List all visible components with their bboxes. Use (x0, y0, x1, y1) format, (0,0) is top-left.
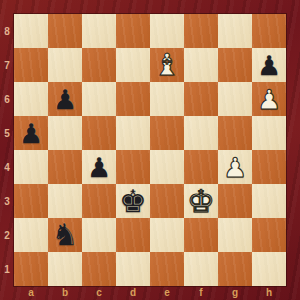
square-e8[interactable] (150, 14, 184, 48)
square-e3[interactable] (150, 184, 184, 218)
square-h1[interactable] (252, 252, 286, 286)
square-b2[interactable]: ♞ (48, 218, 82, 252)
square-c1[interactable] (82, 252, 116, 286)
square-d5[interactable] (116, 116, 150, 150)
square-h8[interactable] (252, 14, 286, 48)
square-c8[interactable] (82, 14, 116, 48)
rank-label-7: 7 (0, 48, 14, 82)
rank-label-6: 6 (0, 82, 14, 116)
square-b4[interactable] (48, 150, 82, 184)
square-e4[interactable] (150, 150, 184, 184)
file-label-e: e (150, 286, 184, 300)
chess-board: ♝♟♟♟♟♟♟♚♚♞ (14, 14, 286, 286)
square-a1[interactable] (14, 252, 48, 286)
square-g2[interactable] (218, 218, 252, 252)
square-c7[interactable] (82, 48, 116, 82)
square-f2[interactable] (184, 218, 218, 252)
square-d1[interactable] (116, 252, 150, 286)
square-f1[interactable] (184, 252, 218, 286)
piece-white-bishop-e7[interactable]: ♝ (150, 48, 184, 82)
square-h3[interactable] (252, 184, 286, 218)
square-b1[interactable] (48, 252, 82, 286)
piece-black-pawn-h7[interactable]: ♟ (252, 48, 286, 82)
square-b5[interactable] (48, 116, 82, 150)
square-a8[interactable] (14, 14, 48, 48)
square-c4[interactable]: ♟ (82, 150, 116, 184)
file-label-a: a (14, 286, 48, 300)
piece-black-knight-b2[interactable]: ♞ (48, 218, 82, 252)
square-f6[interactable] (184, 82, 218, 116)
square-e6[interactable] (150, 82, 184, 116)
square-g4[interactable]: ♟ (218, 150, 252, 184)
rank-label-3: 3 (0, 184, 14, 218)
square-d4[interactable] (116, 150, 150, 184)
square-c5[interactable] (82, 116, 116, 150)
square-f3[interactable]: ♚ (184, 184, 218, 218)
square-e1[interactable] (150, 252, 184, 286)
square-d8[interactable] (116, 14, 150, 48)
square-a4[interactable] (14, 150, 48, 184)
square-h5[interactable] (252, 116, 286, 150)
rank-labels: 87654321 (0, 14, 14, 286)
square-d2[interactable] (116, 218, 150, 252)
piece-black-king-d3[interactable]: ♚ (116, 184, 150, 218)
square-a7[interactable] (14, 48, 48, 82)
square-g3[interactable] (218, 184, 252, 218)
square-a3[interactable] (14, 184, 48, 218)
square-b7[interactable] (48, 48, 82, 82)
rank-label-8: 8 (0, 14, 14, 48)
file-label-c: c (82, 286, 116, 300)
file-label-h: h (252, 286, 286, 300)
square-h2[interactable] (252, 218, 286, 252)
square-e5[interactable] (150, 116, 184, 150)
file-label-g: g (218, 286, 252, 300)
square-g1[interactable] (218, 252, 252, 286)
square-a6[interactable] (14, 82, 48, 116)
rank-label-5: 5 (0, 116, 14, 150)
piece-black-pawn-a5[interactable]: ♟ (14, 116, 48, 150)
square-d6[interactable] (116, 82, 150, 116)
file-label-f: f (184, 286, 218, 300)
square-f5[interactable] (184, 116, 218, 150)
square-f7[interactable] (184, 48, 218, 82)
square-g6[interactable] (218, 82, 252, 116)
file-label-d: d (116, 286, 150, 300)
square-c2[interactable] (82, 218, 116, 252)
rank-label-4: 4 (0, 150, 14, 184)
square-h6[interactable]: ♟ (252, 82, 286, 116)
square-f8[interactable] (184, 14, 218, 48)
square-d3[interactable]: ♚ (116, 184, 150, 218)
square-g7[interactable] (218, 48, 252, 82)
piece-black-pawn-b6[interactable]: ♟ (48, 82, 82, 116)
rank-label-1: 1 (0, 252, 14, 286)
square-h4[interactable] (252, 150, 286, 184)
square-e2[interactable] (150, 218, 184, 252)
square-d7[interactable] (116, 48, 150, 82)
board-frame: 87654321 ♝♟♟♟♟♟♟♚♚♞ abcdefgh (0, 0, 300, 300)
square-b8[interactable] (48, 14, 82, 48)
square-c6[interactable] (82, 82, 116, 116)
piece-white-pawn-g4[interactable]: ♟ (218, 150, 252, 184)
square-g8[interactable] (218, 14, 252, 48)
file-label-b: b (48, 286, 82, 300)
square-g5[interactable] (218, 116, 252, 150)
rank-label-2: 2 (0, 218, 14, 252)
file-labels: abcdefgh (14, 286, 286, 300)
piece-black-pawn-c4[interactable]: ♟ (82, 150, 116, 184)
square-b6[interactable]: ♟ (48, 82, 82, 116)
square-a5[interactable]: ♟ (14, 116, 48, 150)
square-f4[interactable] (184, 150, 218, 184)
square-b3[interactable] (48, 184, 82, 218)
square-e7[interactable]: ♝ (150, 48, 184, 82)
square-c3[interactable] (82, 184, 116, 218)
square-h7[interactable]: ♟ (252, 48, 286, 82)
piece-white-pawn-h6[interactable]: ♟ (252, 82, 286, 116)
piece-white-king-f3[interactable]: ♚ (184, 184, 218, 218)
square-a2[interactable] (14, 218, 48, 252)
